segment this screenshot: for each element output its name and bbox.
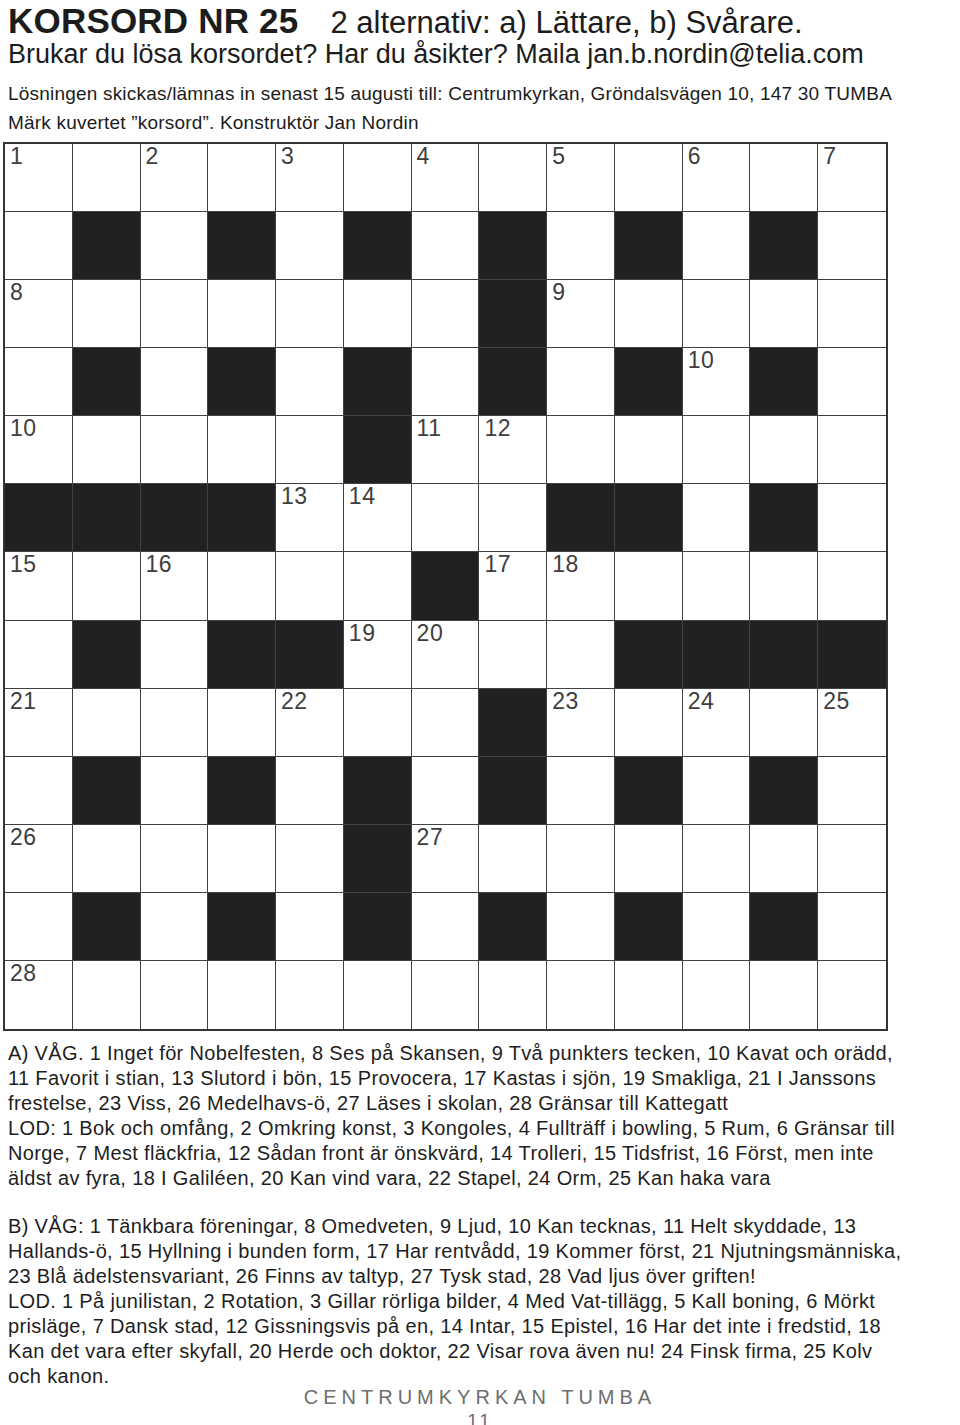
black-cell — [73, 621, 141, 689]
grid-cell[interactable] — [141, 757, 209, 825]
grid-cell[interactable] — [141, 825, 209, 893]
black-cell — [479, 280, 547, 348]
black-cell — [208, 484, 276, 552]
black-cell — [750, 348, 818, 416]
clues-alternative-a: A) VÅG. 1 Inget för Nobelfesten, 8 Ses p… — [8, 1041, 901, 1191]
grid-cell[interactable] — [208, 280, 276, 348]
grid-cell[interactable] — [276, 825, 344, 893]
crossword-grid[interactable]: 1234567891010111213141516171819202122232… — [3, 142, 888, 1031]
black-cell — [750, 757, 818, 825]
grid-cell[interactable]: 15 — [5, 552, 73, 620]
grid-cell[interactable] — [141, 280, 209, 348]
clue-number: 26 — [10, 826, 37, 849]
page-subtitle: 2 alternativ: a) Lättare, b) Svårare. — [330, 5, 802, 41]
grid-cell[interactable] — [141, 212, 209, 280]
black-cell — [73, 348, 141, 416]
grid-cell[interactable]: 8 — [5, 280, 73, 348]
black-cell — [479, 757, 547, 825]
black-cell — [750, 893, 818, 961]
grid-cell[interactable] — [344, 689, 412, 757]
grid-cell[interactable] — [73, 961, 141, 1029]
grid-cell[interactable] — [683, 893, 751, 961]
black-cell — [547, 484, 615, 552]
grid-cell[interactable] — [547, 621, 615, 689]
footer-page-number: 11 — [0, 1410, 960, 1425]
black-cell — [208, 893, 276, 961]
black-cell — [276, 621, 344, 689]
grid-cell[interactable] — [818, 280, 886, 348]
grid-cell[interactable] — [683, 757, 751, 825]
grid-cell[interactable] — [615, 825, 683, 893]
grid-cell[interactable] — [5, 757, 73, 825]
black-cell — [208, 348, 276, 416]
grid-cell[interactable] — [615, 280, 683, 348]
grid-cell[interactable] — [344, 961, 412, 1029]
grid-cell[interactable]: 22 — [276, 689, 344, 757]
clue-line: 23 Blå ädelstensvariant, 26 Finns av tal… — [8, 1264, 901, 1289]
grid-cell[interactable]: 17 — [479, 552, 547, 620]
clue-number: 1 — [10, 145, 23, 168]
clue-line: äldst av fyra, 18 I Galiléen, 20 Kan vin… — [8, 1166, 901, 1191]
grid-cell[interactable] — [683, 212, 751, 280]
clue-line: 11 Favorit i stian, 13 Slutord i bön, 15… — [8, 1066, 901, 1091]
grid-cell[interactable] — [344, 280, 412, 348]
grid-cell[interactable] — [750, 961, 818, 1029]
grid-cell[interactable] — [141, 961, 209, 1029]
grid-cell[interactable] — [276, 212, 344, 280]
clue-number: 11 — [417, 417, 442, 440]
grid-cell[interactable] — [276, 416, 344, 484]
grid-cell[interactable] — [208, 416, 276, 484]
page-title: KORSORD NR 25 — [8, 1, 298, 41]
grid-cell[interactable] — [683, 552, 751, 620]
black-cell — [344, 348, 412, 416]
clue-number: 14 — [349, 485, 376, 508]
grid-cell[interactable] — [750, 416, 818, 484]
grid-cell[interactable] — [73, 552, 141, 620]
grid-cell[interactable] — [344, 552, 412, 620]
grid-cell[interactable]: 10 — [683, 348, 751, 416]
grid-cell[interactable] — [547, 961, 615, 1029]
grid-cell[interactable] — [547, 825, 615, 893]
grid-cell[interactable]: 21 — [5, 689, 73, 757]
grid-cell[interactable]: 18 — [547, 552, 615, 620]
grid-cell[interactable]: 19 — [344, 621, 412, 689]
clue-block-gap — [8, 1191, 901, 1214]
clues-alternative-b: B) VÅG: 1 Tänkbara föreningar, 8 Omedvet… — [8, 1214, 901, 1389]
grid-cell[interactable] — [683, 280, 751, 348]
grid-cell[interactable]: 20 — [412, 621, 480, 689]
grid-cell[interactable] — [818, 552, 886, 620]
black-cell — [683, 621, 751, 689]
grid-cell[interactable] — [276, 961, 344, 1029]
grid-cell[interactable] — [412, 280, 480, 348]
black-cell — [412, 552, 480, 620]
grid-cell[interactable] — [208, 552, 276, 620]
grid-cell[interactable] — [412, 689, 480, 757]
clue-line: Kan det vara efter skyfall, 20 Herde och… — [8, 1339, 901, 1364]
crossword-page: KORSORD NR 25 2 alternativ: a) Lättare, … — [0, 0, 960, 1425]
grid-cell[interactable] — [818, 825, 886, 893]
grid-cell[interactable] — [141, 621, 209, 689]
grid-cell[interactable] — [750, 689, 818, 757]
grid-cell[interactable] — [818, 348, 886, 416]
black-cell — [479, 348, 547, 416]
grid-cell[interactable] — [276, 893, 344, 961]
black-cell — [615, 757, 683, 825]
clue-number: 2 — [146, 145, 159, 168]
grid-cell[interactable] — [141, 689, 209, 757]
clue-number: 18 — [552, 553, 579, 576]
grid-cell[interactable] — [750, 144, 818, 212]
black-cell — [615, 893, 683, 961]
grid-cell[interactable] — [818, 961, 886, 1029]
clue-number: 17 — [484, 553, 511, 576]
clue-line: A) VÅG. 1 Inget för Nobelfesten, 8 Ses p… — [8, 1041, 901, 1066]
grid-cell[interactable]: 26 — [5, 825, 73, 893]
clue-line: LOD. 1 På junilistan, 2 Rotation, 3 Gill… — [8, 1289, 901, 1314]
grid-cell[interactable] — [683, 484, 751, 552]
black-cell — [615, 621, 683, 689]
grid-cell[interactable] — [208, 961, 276, 1029]
grid-cell[interactable]: 9 — [547, 280, 615, 348]
clue-line: B) VÅG: 1 Tänkbara föreningar, 8 Omedvet… — [8, 1214, 901, 1239]
clue-number: 9 — [552, 281, 565, 304]
grid-cell[interactable] — [547, 212, 615, 280]
grid-cell[interactable] — [479, 484, 547, 552]
grid-cell[interactable] — [683, 416, 751, 484]
black-cell — [73, 893, 141, 961]
grid-cell[interactable] — [750, 280, 818, 348]
grid-cell[interactable] — [479, 825, 547, 893]
grid-cell[interactable]: 7 — [818, 144, 886, 212]
grid-cell[interactable] — [615, 689, 683, 757]
clue-number: 5 — [552, 145, 565, 168]
grid-cell[interactable] — [615, 961, 683, 1029]
grid-cell[interactable] — [479, 144, 547, 212]
grid-cell[interactable]: 27 — [412, 825, 480, 893]
footer-organization: CENTRUMKYRKAN TUMBA — [0, 1386, 960, 1409]
grid-cell[interactable] — [5, 621, 73, 689]
clue-line: frestelse, 23 Viss, 26 Medelhavs-ö, 27 L… — [8, 1091, 901, 1116]
intro-line: Brukar du lösa korsordet? Har du åsikter… — [8, 39, 864, 70]
clue-number: 15 — [10, 553, 37, 576]
grid-cell[interactable] — [412, 212, 480, 280]
grid-cell[interactable] — [547, 416, 615, 484]
grid-cell[interactable] — [615, 416, 683, 484]
black-cell — [750, 484, 818, 552]
black-cell — [615, 484, 683, 552]
grid-cell[interactable] — [818, 757, 886, 825]
grid-cell[interactable] — [276, 552, 344, 620]
grid-cell[interactable] — [208, 144, 276, 212]
grid-cell[interactable]: 11 — [412, 416, 480, 484]
grid-cell[interactable] — [412, 484, 480, 552]
clues-section: A) VÅG. 1 Inget för Nobelfesten, 8 Ses p… — [8, 1041, 901, 1389]
grid-cell[interactable]: 3 — [276, 144, 344, 212]
grid-cell[interactable] — [412, 893, 480, 961]
grid-cell[interactable] — [73, 825, 141, 893]
black-cell — [479, 212, 547, 280]
black-cell — [73, 484, 141, 552]
grid-cell[interactable] — [479, 621, 547, 689]
clue-number: 24 — [688, 690, 715, 713]
grid-cell[interactable] — [208, 825, 276, 893]
grid-cell[interactable] — [141, 893, 209, 961]
grid-cell[interactable] — [276, 348, 344, 416]
black-cell — [141, 484, 209, 552]
grid-cell[interactable] — [818, 212, 886, 280]
black-cell — [750, 621, 818, 689]
clue-number: 4 — [417, 145, 430, 168]
black-cell — [750, 212, 818, 280]
clue-number: 21 — [10, 690, 37, 713]
grid-cell[interactable] — [276, 757, 344, 825]
black-cell — [208, 212, 276, 280]
grid-cell[interactable]: 24 — [683, 689, 751, 757]
grid-cell[interactable] — [208, 689, 276, 757]
clue-line: Norge, 7 Mest fläckfria, 12 Sådan front … — [8, 1141, 901, 1166]
clue-line: LOD: 1 Bok och omfång, 2 Omkring konst, … — [8, 1116, 901, 1141]
grid-cell[interactable] — [479, 961, 547, 1029]
header: KORSORD NR 25 2 alternativ: a) Lättare, … — [8, 1, 803, 41]
clue-number: 10 — [10, 417, 37, 440]
grid-cell[interactable]: 28 — [5, 961, 73, 1029]
black-cell — [615, 212, 683, 280]
grid-cell[interactable]: 5 — [547, 144, 615, 212]
black-cell — [818, 621, 886, 689]
grid-cell[interactable] — [615, 144, 683, 212]
grid-cell[interactable]: 23 — [547, 689, 615, 757]
clue-number: 8 — [10, 281, 23, 304]
clue-number: 20 — [417, 622, 444, 645]
clue-number: 6 — [688, 145, 701, 168]
black-cell — [208, 757, 276, 825]
clue-number: 19 — [349, 622, 376, 645]
grid-cell[interactable]: 6 — [683, 144, 751, 212]
grid-cell[interactable] — [73, 144, 141, 212]
black-cell — [73, 212, 141, 280]
grid-cell[interactable] — [683, 825, 751, 893]
grid-cell[interactable] — [276, 280, 344, 348]
grid-cell[interactable] — [412, 961, 480, 1029]
clue-number: 7 — [823, 145, 836, 168]
clue-number: 3 — [281, 145, 294, 168]
black-cell — [73, 757, 141, 825]
grid-cell[interactable] — [818, 893, 886, 961]
clue-number: 10 — [688, 349, 715, 372]
grid-cell[interactable] — [547, 893, 615, 961]
grid-cell[interactable]: 2 — [141, 144, 209, 212]
black-cell — [615, 348, 683, 416]
grid-cell[interactable] — [141, 348, 209, 416]
grid-cell[interactable] — [73, 280, 141, 348]
grid-cell[interactable]: 10 — [5, 416, 73, 484]
grid-cell[interactable] — [5, 348, 73, 416]
mark-envelope-line: Märk kuvertet ”korsord”. Konstruktör Jan… — [8, 112, 419, 134]
black-cell — [5, 484, 73, 552]
clue-line: prisläge, 7 Dansk stad, 12 Gissningsvis … — [8, 1314, 901, 1339]
clue-number: 12 — [484, 417, 511, 440]
grid-cell[interactable]: 13 — [276, 484, 344, 552]
grid-cell[interactable] — [750, 825, 818, 893]
submission-line: Lösningen skickas/lämnas in senast 15 au… — [8, 83, 892, 105]
black-cell — [344, 757, 412, 825]
grid-cell[interactable] — [141, 416, 209, 484]
grid-cell[interactable] — [547, 757, 615, 825]
clue-number: 25 — [823, 690, 850, 713]
clue-number: 16 — [146, 553, 173, 576]
grid-cell[interactable]: 1 — [5, 144, 73, 212]
grid-cell[interactable] — [73, 416, 141, 484]
clue-line: Hallands-ö, 15 Hyllning i bunden form, 1… — [8, 1239, 901, 1264]
grid-cell[interactable]: 14 — [344, 484, 412, 552]
black-cell — [208, 621, 276, 689]
clue-number: 22 — [281, 690, 308, 713]
grid-cell[interactable] — [5, 893, 73, 961]
clue-number: 23 — [552, 690, 579, 713]
grid-cell[interactable] — [818, 484, 886, 552]
black-cell — [479, 893, 547, 961]
black-cell — [344, 212, 412, 280]
grid-cell[interactable] — [412, 348, 480, 416]
grid-cell[interactable] — [412, 757, 480, 825]
grid-cell[interactable]: 12 — [479, 416, 547, 484]
black-cell — [344, 893, 412, 961]
grid-cell[interactable] — [5, 212, 73, 280]
grid-cell[interactable] — [344, 144, 412, 212]
grid-cell[interactable]: 16 — [141, 552, 209, 620]
grid-cell[interactable] — [615, 552, 683, 620]
black-cell — [479, 689, 547, 757]
clue-number: 27 — [417, 826, 444, 849]
black-cell — [344, 825, 412, 893]
grid-cell[interactable]: 4 — [412, 144, 480, 212]
clue-number: 28 — [10, 962, 37, 985]
black-cell — [344, 416, 412, 484]
grid-cell[interactable] — [750, 552, 818, 620]
clue-number: 13 — [281, 485, 308, 508]
grid-cell[interactable] — [73, 689, 141, 757]
grid-cell[interactable] — [683, 961, 751, 1029]
grid-cell[interactable] — [818, 416, 886, 484]
grid-cell[interactable] — [547, 348, 615, 416]
grid-cell[interactable]: 25 — [818, 689, 886, 757]
